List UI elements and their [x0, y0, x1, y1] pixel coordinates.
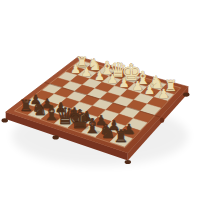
black-rook: ♜: [113, 126, 128, 146]
chess-board: ♜♞♝♛♚♝♞♜♟♟♟♟♟♟♟♟♟♟♟♟♟♟♟♟♜♞♝♛♚♝♞♜: [0, 0, 200, 200]
board-foot: [183, 92, 189, 96]
white-pawn: ♟: [144, 82, 155, 97]
white-pawn: ♟: [132, 78, 143, 93]
chess-set-photo: ♜♞♝♛♚♝♞♜♟♟♟♟♟♟♟♟♟♟♟♟♟♟♟♟♜♞♝♛♚♝♞♜: [0, 0, 200, 200]
white-pawn: ♟: [70, 62, 81, 76]
board-foot: [52, 135, 58, 139]
white-pawn: ♟: [81, 65, 92, 79]
board-foot: [125, 160, 131, 164]
white-pawn: ♟: [118, 76, 129, 90]
board-foot: [2, 118, 8, 122]
clasp-knob: [160, 118, 164, 123]
white-pawn: ♟: [94, 69, 105, 83]
white-pawn: ♟: [158, 86, 169, 101]
white-pawn: ♟: [107, 72, 118, 86]
